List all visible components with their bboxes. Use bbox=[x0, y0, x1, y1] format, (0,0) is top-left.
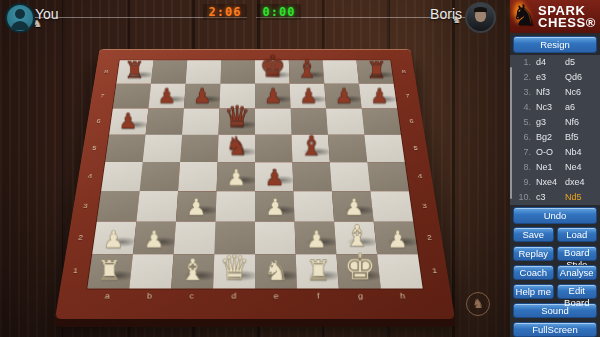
square-f5[interactable]: ♝ bbox=[291, 135, 329, 162]
square-g7[interactable]: ♟ bbox=[324, 84, 361, 109]
square-h4[interactable] bbox=[367, 162, 409, 191]
sparkchess-logo: ♞ SPARK CHESS® bbox=[510, 0, 600, 33]
file-label-g: g bbox=[339, 292, 382, 300]
black-move[interactable]: d5 bbox=[565, 55, 600, 70]
square-e4[interactable]: ♟ bbox=[255, 162, 293, 191]
square-g6[interactable] bbox=[326, 109, 364, 135]
move-number[interactable]: 2. bbox=[514, 70, 531, 85]
square-d4[interactable]: ♟ bbox=[217, 162, 255, 191]
square-a5[interactable] bbox=[105, 135, 145, 162]
resign-button[interactable]: Resign bbox=[513, 36, 597, 53]
file-label-a: a bbox=[86, 292, 129, 300]
brand-text: SPARK CHESS® bbox=[538, 5, 596, 29]
square-b5[interactable] bbox=[143, 135, 182, 162]
black-move[interactable]: Qd6 bbox=[565, 70, 600, 85]
rank-label-2: 2 bbox=[71, 222, 89, 254]
file-label-h: h bbox=[381, 292, 424, 300]
piece-black-bishop[interactable]: ♝ bbox=[299, 133, 323, 160]
avatar-boris bbox=[465, 2, 496, 33]
move-number[interactable]: 8. bbox=[514, 160, 531, 175]
rank-label-4: 4 bbox=[81, 162, 98, 191]
rank-label-3: 3 bbox=[77, 191, 94, 222]
piece-white-pawn[interactable]: ♟ bbox=[305, 228, 326, 252]
piece-white-rook[interactable]: ♜ bbox=[96, 257, 121, 285]
action-buttons: Save Load Replay Board Style Coach Analy… bbox=[513, 227, 597, 299]
file-label-c: c bbox=[170, 292, 213, 300]
move-number[interactable]: 1. bbox=[514, 55, 531, 70]
square-c4[interactable] bbox=[178, 162, 217, 191]
square-c1[interactable]: ♝ bbox=[171, 254, 214, 288]
piece-white-pawn[interactable]: ♟ bbox=[386, 228, 407, 252]
save-button[interactable]: Save bbox=[513, 227, 554, 242]
file-label-f: f bbox=[297, 292, 340, 300]
piece-black-pawn[interactable]: ♟ bbox=[118, 111, 137, 132]
file-label-b: b bbox=[128, 292, 171, 300]
rank-label-7: 7 bbox=[400, 84, 415, 109]
square-b7[interactable]: ♟ bbox=[148, 84, 185, 109]
move-number[interactable]: 5. bbox=[514, 115, 531, 130]
white-move[interactable]: e3 bbox=[536, 70, 565, 85]
sparkchess-watermark-icon: ♞ bbox=[466, 292, 490, 316]
help-me-button[interactable]: Help me bbox=[513, 284, 554, 299]
square-a4[interactable] bbox=[101, 162, 143, 191]
move-row[interactable]: 5.g3Nf6 bbox=[514, 115, 600, 130]
square-a2[interactable]: ♟ bbox=[92, 222, 136, 254]
chess-board[interactable]: ♜♚♝♜♟♟♟♟♟♟♟♛♞♝♟♟♟♟♟♟♟♟♝♟♜♝♛♞♜♚ abcdefgh8… bbox=[55, 49, 455, 319]
white-move[interactable]: Nf3 bbox=[536, 85, 565, 100]
rank-label-3: 3 bbox=[416, 191, 433, 222]
move-number[interactable]: 7. bbox=[514, 145, 531, 160]
piece-white-rook[interactable]: ♜ bbox=[305, 257, 330, 285]
replay-button[interactable]: Replay bbox=[513, 246, 554, 261]
move-number[interactable]: 3. bbox=[514, 85, 531, 100]
black-move[interactable]: Bf5 bbox=[565, 130, 600, 145]
piece-white-pawn[interactable]: ♟ bbox=[226, 166, 246, 188]
piece-black-knight[interactable]: ♞ bbox=[225, 134, 248, 159]
rank-label-1: 1 bbox=[66, 254, 85, 288]
square-b8[interactable] bbox=[151, 60, 187, 84]
undo-button[interactable]: Undo bbox=[513, 207, 597, 224]
sidebar: ♞ SPARK CHESS® Resign 1.d4d52.e3Qd63.Nf3… bbox=[510, 0, 600, 337]
rank-label-7: 7 bbox=[95, 84, 110, 109]
rank-label-5: 5 bbox=[86, 135, 102, 162]
move-row[interactable]: 10.c3Nd5 bbox=[514, 190, 600, 205]
square-g8[interactable] bbox=[323, 60, 359, 84]
piece-black-pawn[interactable]: ♟ bbox=[370, 86, 388, 107]
rank-label-1: 1 bbox=[425, 254, 444, 288]
piece-black-pawn[interactable]: ♟ bbox=[299, 86, 317, 107]
move-row[interactable]: 1.d4d5 bbox=[514, 55, 600, 70]
square-d8[interactable] bbox=[220, 60, 255, 84]
black-move[interactable]: dxe4 bbox=[565, 175, 600, 190]
move-row[interactable]: 9.Nxe4dxe4 bbox=[514, 175, 600, 190]
square-c2[interactable] bbox=[174, 222, 216, 254]
piece-white-knight[interactable]: ♞ bbox=[263, 257, 288, 285]
white-move[interactable]: Nc3 bbox=[536, 100, 565, 115]
square-a6[interactable]: ♟ bbox=[109, 109, 148, 135]
square-c8[interactable] bbox=[186, 60, 221, 84]
square-e8[interactable]: ♚ bbox=[255, 60, 290, 84]
square-e1[interactable]: ♞ bbox=[255, 254, 297, 288]
rank-label-4: 4 bbox=[412, 162, 429, 191]
player-bar: You ♞ 2:06 0:00 Boris ♞ bbox=[0, 0, 510, 32]
board-style-button[interactable]: Board Style bbox=[557, 246, 598, 261]
game-scene: ♜♚♝♜♟♟♟♟♟♟♟♛♞♝♟♟♟♟♟♟♟♟♝♟♜♝♛♞♜♚ abcdefgh8… bbox=[0, 0, 510, 337]
move-number[interactable]: 6. bbox=[514, 130, 531, 145]
piece-white-pawn[interactable]: ♟ bbox=[186, 196, 207, 219]
square-g1[interactable]: ♚ bbox=[336, 254, 380, 288]
square-f8[interactable]: ♝ bbox=[289, 60, 324, 84]
piece-black-bishop[interactable]: ♝ bbox=[296, 57, 318, 82]
piece-black-king[interactable]: ♚ bbox=[259, 52, 286, 82]
avatar-you bbox=[5, 3, 35, 33]
piece-black-pawn[interactable]: ♟ bbox=[263, 86, 281, 107]
white-move[interactable]: Nxe4 bbox=[536, 175, 565, 190]
black-side-knight-icon: ♞ bbox=[452, 14, 461, 25]
move-row[interactable]: 6.Bg2Bf5 bbox=[514, 130, 600, 145]
square-h5[interactable] bbox=[364, 135, 404, 162]
piece-black-pawn[interactable]: ♟ bbox=[157, 86, 175, 107]
square-h3[interactable] bbox=[370, 191, 413, 222]
black-move[interactable]: Ne4 bbox=[565, 160, 600, 175]
square-b6[interactable] bbox=[146, 109, 184, 135]
board-squares[interactable]: ♜♚♝♜♟♟♟♟♟♟♟♛♞♝♟♟♟♟♟♟♟♟♝♟♜♝♛♞♜♚ bbox=[87, 60, 422, 288]
move-row[interactable]: 7.O-ONb4 bbox=[514, 145, 600, 160]
white-move[interactable]: Ne1 bbox=[536, 160, 565, 175]
white-move[interactable]: g3 bbox=[536, 115, 565, 130]
square-f3[interactable] bbox=[293, 191, 334, 222]
move-row[interactable]: 3.Nf3Nc6 bbox=[514, 85, 600, 100]
file-label-d: d bbox=[213, 292, 255, 300]
coach-button[interactable]: Coach bbox=[513, 265, 554, 280]
square-c3[interactable]: ♟ bbox=[176, 191, 217, 222]
edit-board-button[interactable]: Edit Board bbox=[557, 284, 598, 299]
square-g5[interactable] bbox=[328, 135, 367, 162]
piece-black-pawn[interactable]: ♟ bbox=[264, 166, 284, 188]
piece-black-rook[interactable]: ♜ bbox=[124, 58, 145, 81]
square-c6[interactable] bbox=[182, 109, 219, 135]
white-move[interactable]: d4 bbox=[536, 55, 565, 70]
square-g4[interactable] bbox=[330, 162, 371, 191]
rank-label-8: 8 bbox=[397, 60, 412, 84]
move-number[interactable]: 10. bbox=[514, 190, 531, 205]
square-a7[interactable] bbox=[113, 84, 151, 109]
square-e3[interactable]: ♟ bbox=[255, 191, 295, 222]
square-f2[interactable]: ♟ bbox=[295, 222, 337, 254]
move-row[interactable]: 4.Nc3a6 bbox=[514, 100, 600, 115]
square-e2[interactable] bbox=[255, 222, 296, 254]
black-move[interactable]: Nb4 bbox=[565, 145, 600, 160]
square-f1[interactable]: ♜ bbox=[296, 254, 339, 288]
move-row[interactable]: 8.Ne1Ne4 bbox=[514, 160, 600, 175]
square-a1[interactable]: ♜ bbox=[87, 254, 133, 288]
square-e6[interactable] bbox=[255, 109, 291, 135]
piece-black-rook[interactable]: ♜ bbox=[366, 58, 387, 81]
square-b1[interactable] bbox=[129, 254, 173, 288]
square-b2[interactable]: ♟ bbox=[133, 222, 176, 254]
white-move[interactable]: c3 bbox=[536, 190, 565, 205]
square-a8[interactable]: ♜ bbox=[116, 60, 153, 84]
square-b3[interactable] bbox=[136, 191, 178, 222]
piece-black-pawn[interactable]: ♟ bbox=[193, 86, 211, 107]
knight-logo-icon: ♞ bbox=[511, 0, 537, 32]
piece-white-pawn[interactable]: ♟ bbox=[264, 196, 285, 219]
square-b4[interactable] bbox=[140, 162, 181, 191]
square-d6[interactable]: ♛ bbox=[219, 109, 255, 135]
move-list-scrollbar[interactable] bbox=[510, 67, 512, 199]
square-c5[interactable] bbox=[180, 135, 218, 162]
white-move[interactable]: O-O bbox=[536, 145, 565, 160]
file-label-e: e bbox=[255, 292, 297, 300]
piece-white-pawn[interactable]: ♟ bbox=[102, 228, 123, 252]
move-number[interactable]: 4. bbox=[514, 100, 531, 115]
square-f7[interactable]: ♟ bbox=[290, 84, 326, 109]
move-number[interactable]: 9. bbox=[514, 175, 531, 190]
black-move[interactable]: Nc6 bbox=[565, 85, 600, 100]
square-a3[interactable] bbox=[97, 191, 140, 222]
square-h2[interactable]: ♟ bbox=[374, 222, 418, 254]
rank-label-6: 6 bbox=[90, 109, 106, 135]
white-side-knight-icon: ♞ bbox=[33, 18, 42, 29]
square-h8[interactable]: ♜ bbox=[356, 60, 393, 84]
square-d5[interactable]: ♞ bbox=[218, 135, 255, 162]
piece-white-bishop[interactable]: ♝ bbox=[179, 255, 206, 285]
fullscreen-button[interactable]: FullScreen bbox=[513, 322, 597, 337]
square-c7[interactable]: ♟ bbox=[184, 84, 220, 109]
piece-black-queen[interactable]: ♛ bbox=[224, 103, 251, 133]
load-button[interactable]: Load bbox=[557, 227, 598, 242]
square-g3[interactable]: ♟ bbox=[332, 191, 374, 222]
square-e5[interactable] bbox=[255, 135, 292, 162]
square-d1[interactable]: ♛ bbox=[213, 254, 255, 288]
rank-label-6: 6 bbox=[404, 109, 420, 135]
piece-black-pawn[interactable]: ♟ bbox=[334, 86, 352, 107]
rank-label-2: 2 bbox=[421, 222, 439, 254]
piece-white-queen[interactable]: ♛ bbox=[219, 251, 250, 285]
square-h6[interactable] bbox=[362, 109, 401, 135]
black-move[interactable]: Nd5 bbox=[565, 190, 600, 205]
square-f4[interactable] bbox=[292, 162, 331, 191]
white-clock: 2:06 bbox=[203, 4, 247, 20]
black-move[interactable]: Nf6 bbox=[565, 115, 600, 130]
square-d3[interactable] bbox=[215, 191, 255, 222]
rank-label-5: 5 bbox=[408, 135, 424, 162]
square-e7[interactable]: ♟ bbox=[255, 84, 291, 109]
black-move[interactable]: a6 bbox=[565, 100, 600, 115]
square-h7[interactable]: ♟ bbox=[359, 84, 397, 109]
piece-white-pawn[interactable]: ♟ bbox=[143, 228, 164, 252]
white-move[interactable]: Bg2 bbox=[536, 130, 565, 145]
black-clock: 0:00 bbox=[257, 4, 301, 20]
piece-white-king[interactable]: ♚ bbox=[343, 249, 375, 285]
analyse-button[interactable]: Analyse bbox=[557, 265, 598, 280]
piece-white-pawn[interactable]: ♟ bbox=[343, 196, 364, 219]
move-list[interactable]: 1.d4d52.e3Qd63.Nf3Nc64.Nc3a65.g3Nf66.Bg2… bbox=[510, 55, 600, 205]
rank-label-8: 8 bbox=[99, 60, 114, 84]
square-h1[interactable] bbox=[377, 254, 423, 288]
move-row[interactable]: 2.e3Qd6 bbox=[514, 70, 600, 85]
